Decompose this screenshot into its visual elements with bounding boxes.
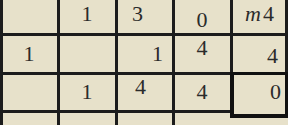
cell-r1c4: 0 bbox=[173, 0, 231, 34]
m-variable-value: 4 bbox=[263, 3, 274, 25]
cell-value: 1 bbox=[24, 43, 35, 65]
cell-r4c4 bbox=[173, 111, 231, 125]
cell-r3c1 bbox=[0, 73, 58, 111]
cell-value: 1 bbox=[82, 3, 93, 25]
cell-r3c2: 1 bbox=[58, 73, 116, 111]
cell-r2c5: 4 bbox=[231, 34, 288, 73]
cell-r4c2 bbox=[58, 111, 116, 125]
cell-r1c5: m 4 bbox=[231, 0, 288, 34]
cell-value: 0 bbox=[197, 9, 208, 31]
cell-value: 1 bbox=[152, 43, 163, 65]
cell-value: 4 bbox=[267, 45, 278, 67]
cell-r2c2 bbox=[58, 34, 116, 73]
cell-value: 3 bbox=[132, 3, 143, 25]
cell-value: 1 bbox=[82, 81, 93, 103]
m-variable-label: m bbox=[245, 3, 261, 25]
cell-r1c1 bbox=[0, 0, 58, 34]
cell-r2c4: 4 bbox=[173, 34, 231, 73]
cell-r4c1 bbox=[0, 111, 58, 125]
cell-value: 4 bbox=[135, 76, 146, 98]
cell-r3c3: 4 bbox=[116, 73, 173, 111]
cell-r2c3: 1 bbox=[116, 34, 173, 73]
cell-r1c3: 3 bbox=[116, 0, 173, 34]
cell-layer: 1 3 0 m 4 1 1 4 4 1 4 4 0 bbox=[0, 0, 288, 125]
cell-value: 4 bbox=[197, 37, 208, 59]
cell-r2c1: 1 bbox=[0, 34, 58, 73]
cell-r3c4: 4 bbox=[173, 73, 231, 111]
cell-value: 4 bbox=[197, 81, 208, 103]
puzzle-grid: 1 3 0 m 4 1 1 4 4 1 4 4 0 bbox=[0, 0, 288, 125]
cell-value: 0 bbox=[270, 81, 281, 103]
cell-r1c2: 1 bbox=[58, 0, 116, 34]
cell-r4c5 bbox=[231, 111, 288, 125]
cell-r3c5: 0 bbox=[231, 73, 288, 111]
cell-r4c3 bbox=[116, 111, 173, 125]
